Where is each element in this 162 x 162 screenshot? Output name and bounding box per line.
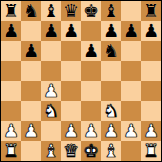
square-e6[interactable]: ♟ [81, 41, 101, 61]
square-h3[interactable] [141, 101, 161, 121]
square-e5[interactable] [81, 61, 101, 81]
piece-black-pawn[interactable]: ♟ [3, 21, 19, 41]
piece-black-king[interactable]: ♚ [83, 1, 99, 21]
square-a4[interactable] [1, 81, 21, 101]
square-d2[interactable]: ♟ [61, 121, 81, 141]
square-g8[interactable] [121, 1, 141, 21]
square-b5[interactable] [21, 61, 41, 81]
square-f5[interactable] [101, 61, 121, 81]
square-d6[interactable] [61, 41, 81, 61]
square-f1[interactable]: ♝ [101, 141, 121, 161]
square-c7[interactable]: ♟ [41, 21, 61, 41]
piece-white-rook[interactable]: ♜ [143, 141, 159, 161]
piece-white-pawn[interactable]: ♟ [143, 121, 159, 141]
piece-black-pawn[interactable]: ♟ [23, 41, 39, 61]
piece-white-pawn[interactable]: ♟ [23, 121, 39, 141]
square-h6[interactable] [141, 41, 161, 61]
square-g1[interactable] [121, 141, 141, 161]
square-f8[interactable]: ♝ [101, 1, 121, 21]
square-c3[interactable]: ♞ [41, 101, 61, 121]
piece-white-king[interactable]: ♚ [83, 141, 99, 161]
square-d5[interactable] [61, 61, 81, 81]
square-h5[interactable] [141, 61, 161, 81]
square-c5[interactable] [41, 61, 61, 81]
piece-black-knight[interactable]: ♞ [23, 1, 39, 21]
square-g2[interactable]: ♟ [121, 121, 141, 141]
square-f4[interactable] [101, 81, 121, 101]
square-h8[interactable]: ♜ [141, 1, 161, 21]
piece-white-pawn[interactable]: ♟ [63, 121, 79, 141]
chess-board: ♜♞♝♛♚♝♜♟♟♟♟♟♟♟♟♞♟♞♞♟♟♟♟♟♟♟♜♝♛♚♝♜ [0, 0, 162, 162]
square-a1[interactable]: ♜ [1, 141, 21, 161]
piece-black-bishop[interactable]: ♝ [43, 1, 59, 21]
piece-black-pawn[interactable]: ♟ [83, 41, 99, 61]
square-e2[interactable]: ♟ [81, 121, 101, 141]
square-c6[interactable] [41, 41, 61, 61]
piece-white-pawn[interactable]: ♟ [3, 121, 19, 141]
piece-white-knight[interactable]: ♞ [103, 101, 119, 121]
piece-white-knight[interactable]: ♞ [43, 101, 59, 121]
square-e8[interactable]: ♚ [81, 1, 101, 21]
square-e3[interactable] [81, 101, 101, 121]
square-d1[interactable]: ♛ [61, 141, 81, 161]
square-a5[interactable] [1, 61, 21, 81]
square-d7[interactable]: ♟ [61, 21, 81, 41]
square-b4[interactable] [21, 81, 41, 101]
square-d4[interactable] [61, 81, 81, 101]
square-b7[interactable] [21, 21, 41, 41]
square-h4[interactable] [141, 81, 161, 101]
square-h1[interactable]: ♜ [141, 141, 161, 161]
piece-white-rook[interactable]: ♜ [3, 141, 19, 161]
piece-white-pawn[interactable]: ♟ [43, 81, 59, 101]
square-h7[interactable]: ♟ [141, 21, 161, 41]
square-b6[interactable]: ♟ [21, 41, 41, 61]
square-a3[interactable] [1, 101, 21, 121]
square-c8[interactable]: ♝ [41, 1, 61, 21]
piece-white-pawn[interactable]: ♟ [83, 121, 99, 141]
piece-white-bishop[interactable]: ♝ [103, 141, 119, 161]
square-g3[interactable] [121, 101, 141, 121]
piece-black-bishop[interactable]: ♝ [103, 1, 119, 21]
square-c4[interactable]: ♟ [41, 81, 61, 101]
square-h2[interactable]: ♟ [141, 121, 161, 141]
square-g6[interactable] [121, 41, 141, 61]
piece-black-knight[interactable]: ♞ [103, 41, 119, 61]
square-b8[interactable]: ♞ [21, 1, 41, 21]
square-f7[interactable]: ♟ [101, 21, 121, 41]
square-a8[interactable]: ♜ [1, 1, 21, 21]
square-f2[interactable]: ♟ [101, 121, 121, 141]
piece-black-pawn[interactable]: ♟ [63, 21, 79, 41]
piece-white-pawn[interactable]: ♟ [123, 121, 139, 141]
piece-black-pawn[interactable]: ♟ [143, 21, 159, 41]
piece-black-queen[interactable]: ♛ [63, 1, 79, 21]
piece-black-pawn[interactable]: ♟ [123, 21, 139, 41]
piece-black-rook[interactable]: ♜ [3, 1, 19, 21]
square-e1[interactable]: ♚ [81, 141, 101, 161]
square-a6[interactable] [1, 41, 21, 61]
square-d3[interactable] [61, 101, 81, 121]
square-g5[interactable] [121, 61, 141, 81]
square-d8[interactable]: ♛ [61, 1, 81, 21]
piece-black-rook[interactable]: ♜ [143, 1, 159, 21]
square-c2[interactable] [41, 121, 61, 141]
square-g4[interactable] [121, 81, 141, 101]
square-g7[interactable]: ♟ [121, 21, 141, 41]
square-b2[interactable]: ♟ [21, 121, 41, 141]
square-e7[interactable] [81, 21, 101, 41]
square-e4[interactable] [81, 81, 101, 101]
piece-white-queen[interactable]: ♛ [63, 141, 79, 161]
square-c1[interactable]: ♝ [41, 141, 61, 161]
piece-white-bishop[interactable]: ♝ [43, 141, 59, 161]
square-f3[interactable]: ♞ [101, 101, 121, 121]
piece-black-pawn[interactable]: ♟ [103, 21, 119, 41]
piece-black-pawn[interactable]: ♟ [43, 21, 59, 41]
square-a2[interactable]: ♟ [1, 121, 21, 141]
square-b1[interactable] [21, 141, 41, 161]
square-f6[interactable]: ♞ [101, 41, 121, 61]
square-a7[interactable]: ♟ [1, 21, 21, 41]
square-b3[interactable] [21, 101, 41, 121]
piece-white-pawn[interactable]: ♟ [103, 121, 119, 141]
